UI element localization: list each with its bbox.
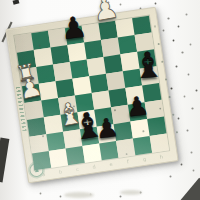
black-pawn[interactable]: ♟: [59, 12, 88, 44]
right-border-ticks: [154, 26, 155, 27]
file-label: e: [102, 160, 120, 168]
white-pawn[interactable]: ♟: [90, 0, 121, 26]
dark-mark-top: [13, 0, 20, 5]
file-label: h: [152, 152, 170, 160]
table-dust-speckles: [0, 0, 1, 1]
smudge: [120, 190, 142, 195]
dark-corner-bottom-right: [180, 178, 200, 200]
black-bishop[interactable]: ♝: [131, 47, 165, 84]
knight-stamp-icon: ♞: [32, 166, 40, 175]
black-pawn[interactable]: ♟: [124, 92, 150, 120]
file-label: d: [85, 162, 103, 170]
dark-patch-left-edge: [0, 138, 9, 183]
photo-scene: abcdefgh ♞ ♟♟♜♟♝♝♟♝♟: [0, 0, 200, 200]
file-label: b: [52, 167, 70, 175]
file-label: c: [68, 165, 86, 173]
board-speckles: [6, 30, 7, 31]
smudge: [64, 192, 94, 198]
file-label: f: [119, 157, 137, 165]
file-label: g: [136, 155, 154, 163]
chess-board[interactable]: abcdefgh ♞ ♟♟♜♟♝♝♟♝♟: [5, 7, 178, 184]
black-pawn[interactable]: ♟: [94, 114, 120, 142]
board-square[interactable]: [150, 133, 169, 152]
